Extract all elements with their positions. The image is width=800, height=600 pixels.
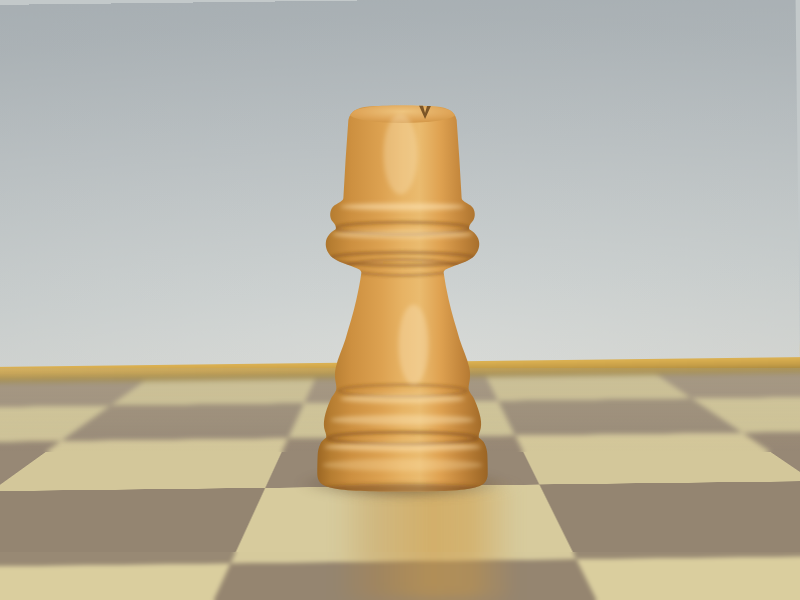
scene: ♖ (0, 0, 800, 600)
square (0, 563, 229, 600)
square (691, 396, 800, 433)
square (654, 371, 800, 399)
piece-reflection (334, 487, 518, 600)
square (514, 433, 800, 485)
square (539, 481, 800, 559)
square (741, 430, 800, 481)
square (0, 488, 264, 568)
square (497, 398, 741, 435)
square (485, 373, 691, 401)
white-rook-piece[interactable] (312, 99, 493, 492)
square (575, 555, 800, 600)
